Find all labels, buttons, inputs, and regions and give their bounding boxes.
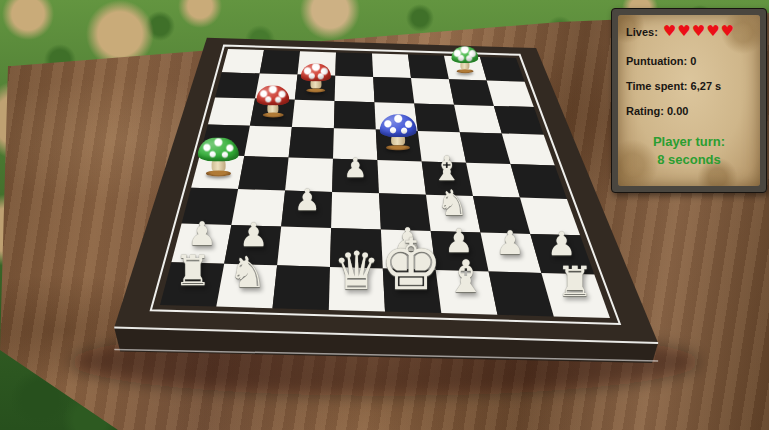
square-a6[interactable] <box>208 97 255 125</box>
rating-row: Rating: 0.00 <box>626 105 752 117</box>
mushroom-stand <box>306 88 325 93</box>
white-pawn-g2[interactable]: ♟ <box>496 227 525 260</box>
hud-parchment: Lives: ♥♥♥♥♥ Puntuation: 0 Time spent: 6… <box>618 15 760 186</box>
white-rook-h1[interactable]: ♜ <box>556 261 593 303</box>
square-a7[interactable] <box>215 72 260 98</box>
square-b5[interactable] <box>244 126 292 158</box>
hud-panel: Lives: ♥♥♥♥♥ Puntuation: 0 Time spent: 6… <box>611 8 767 193</box>
player-turn-message: Player turn: 8 seconds <box>626 133 752 168</box>
square-b4[interactable] <box>238 156 289 190</box>
mushroom-cap <box>300 63 330 81</box>
lives-row: Lives: ♥♥♥♥♥ <box>626 24 752 39</box>
time-spent-row: Time spent: 6,27 s <box>626 80 752 92</box>
mushroom-stand <box>456 69 474 73</box>
game-scene: ♟♝♟♞♟♟♟♟♟♟♜♞♛♚♝♜ Lives: ♥♥♥♥♥ Puntuation… <box>0 0 769 430</box>
white-rook-a1[interactable]: ♜ <box>174 250 211 292</box>
square-a8[interactable] <box>222 49 264 74</box>
white-knight-f3[interactable]: ♞ <box>437 185 469 220</box>
square-f6[interactable] <box>414 104 460 133</box>
rating-value: 0.00 <box>667 105 688 117</box>
square-d3[interactable] <box>331 192 381 230</box>
square-d8[interactable] <box>335 52 373 77</box>
mushroom-stand <box>262 113 283 118</box>
mushroom-cap <box>451 46 478 63</box>
square-e4[interactable] <box>377 160 426 195</box>
mushroom-green-a4[interactable] <box>198 137 238 177</box>
mushroom-stand <box>386 145 409 151</box>
white-knight-b1[interactable]: ♞ <box>228 251 266 294</box>
square-c6[interactable] <box>292 100 335 129</box>
lives-label: Lives: <box>626 26 658 38</box>
square-c1[interactable] <box>273 265 331 310</box>
mushroom-cap <box>380 115 417 137</box>
heart-icons: ♥♥♥♥♥ <box>663 24 735 39</box>
white-pawn-h2[interactable]: ♟ <box>547 228 576 261</box>
white-bishop-f4[interactable]: ♝ <box>432 152 462 186</box>
mushroom-cap <box>256 85 289 105</box>
square-e8[interactable] <box>372 54 411 79</box>
mushroom-blue-e5[interactable] <box>380 115 417 151</box>
mushroom-red-b6[interactable] <box>256 85 289 118</box>
white-pawn-d4[interactable]: ♟ <box>343 155 367 182</box>
square-d6[interactable] <box>334 101 376 130</box>
mushroom-red-c7[interactable] <box>300 63 330 93</box>
square-e7[interactable] <box>373 77 414 104</box>
player-turn-line2: 8 seconds <box>626 151 752 169</box>
square-f8[interactable] <box>408 55 449 80</box>
mushroom-green-g8[interactable] <box>451 46 478 73</box>
square-c5[interactable] <box>289 127 334 159</box>
puntuation-row: Puntuation: 0 <box>626 55 752 67</box>
white-pawn-c3[interactable]: ♟ <box>294 186 321 216</box>
square-b8[interactable] <box>260 50 300 75</box>
puntuation-label: Puntuation: <box>626 55 687 67</box>
mushroom-stand <box>205 171 231 177</box>
mushroom-cap <box>198 137 238 161</box>
player-turn-line1: Player turn: <box>626 133 752 151</box>
white-bishop-f1[interactable]: ♝ <box>446 255 486 300</box>
puntuation-value: 0 <box>690 55 696 67</box>
white-queen-d1[interactable]: ♛ <box>333 245 380 298</box>
time-spent-value: 6,27 s <box>691 80 722 92</box>
square-f7[interactable] <box>411 78 454 105</box>
square-g6[interactable] <box>454 105 502 134</box>
square-c2[interactable] <box>277 227 331 267</box>
white-king-e1[interactable]: ♚ <box>380 230 443 301</box>
rating-label: Rating: <box>626 105 664 117</box>
square-g7[interactable] <box>449 79 494 106</box>
time-spent-label: Time spent: <box>626 80 688 92</box>
square-d7[interactable] <box>335 76 375 103</box>
